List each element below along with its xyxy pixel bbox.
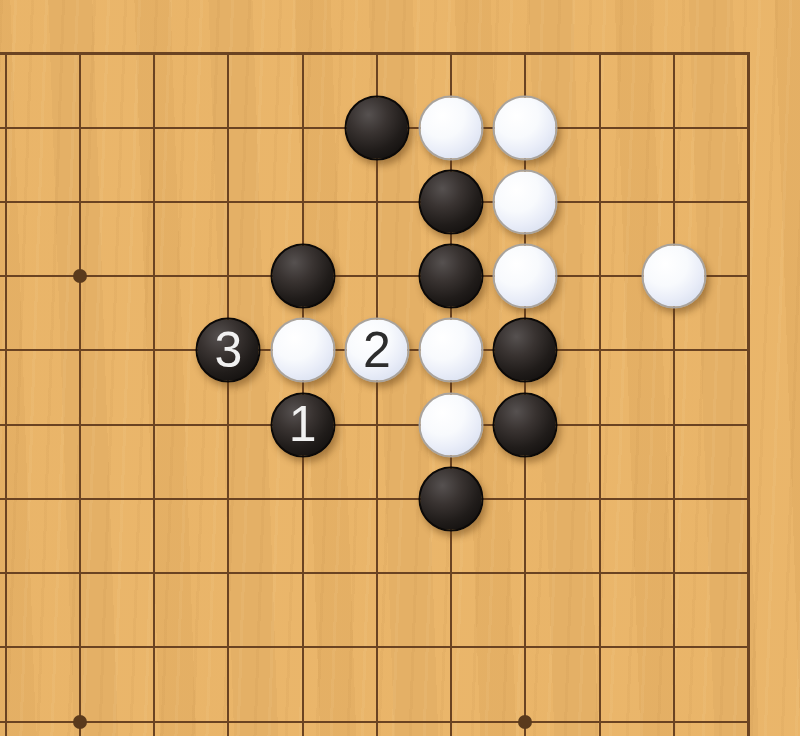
black-stone [493,392,558,457]
move-number-label: 2 [363,324,391,374]
horizontal-grid-line [0,498,750,500]
horizontal-grid-line [0,721,750,723]
white-stone [419,95,484,160]
board-right-edge-line [747,52,750,736]
vertical-grid-line [153,52,155,736]
black-stone [419,169,484,234]
black-stone [493,318,558,383]
move-number-label: 3 [214,324,242,374]
horizontal-grid-line [0,572,750,574]
white-stone [493,169,558,234]
white-stone [419,318,484,383]
horizontal-grid-line [0,424,750,426]
horizontal-grid-line [0,646,750,648]
white-stone: 2 [344,318,409,383]
board-top-edge-line [0,52,750,55]
horizontal-grid-line [0,275,750,277]
white-stone [641,244,706,309]
black-stone [344,95,409,160]
black-stone: 3 [196,318,261,383]
white-stone [493,95,558,160]
white-stone [419,392,484,457]
black-stone [419,466,484,531]
vertical-grid-line [227,52,229,736]
star-point [73,269,87,283]
vertical-grid-line [79,52,81,736]
vertical-grid-line [599,52,601,736]
vertical-grid-line [673,52,675,736]
horizontal-grid-line [0,201,750,203]
move-number-label: 1 [289,399,317,449]
black-stone [419,244,484,309]
black-stone: 1 [270,392,335,457]
vertical-grid-line [5,52,7,736]
white-stone [270,318,335,383]
white-stone [493,244,558,309]
go-board[interactable]: 321 [0,0,800,736]
black-stone [270,244,335,309]
star-point [73,715,87,729]
star-point [518,715,532,729]
